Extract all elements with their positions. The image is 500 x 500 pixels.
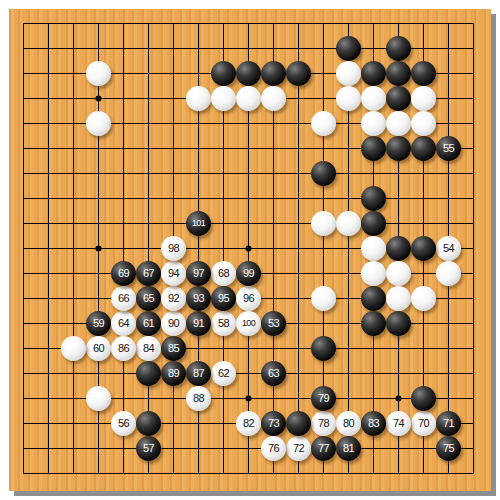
white-stone <box>311 211 336 236</box>
black-stone-79: 79 <box>311 386 336 411</box>
white-stone-76: 76 <box>261 436 286 461</box>
star-point <box>96 246 102 252</box>
move-number-label: 60 <box>93 343 104 354</box>
move-number-label: 73 <box>268 418 279 429</box>
black-stone <box>286 61 311 86</box>
black-stone <box>136 411 161 436</box>
move-number-label: 83 <box>368 418 379 429</box>
move-number-label: 88 <box>193 393 204 404</box>
move-number-label: 71 <box>443 418 454 429</box>
move-number-label: 64 <box>118 318 129 329</box>
move-number-label: 74 <box>393 418 404 429</box>
white-stone-60: 60 <box>86 336 111 361</box>
black-stone <box>411 61 436 86</box>
black-stone-81: 81 <box>336 436 361 461</box>
move-number-label: 66 <box>118 293 129 304</box>
move-number-label: 80 <box>343 418 354 429</box>
black-stone-83: 83 <box>361 411 386 436</box>
white-stone-68: 68 <box>211 261 236 286</box>
black-stone <box>311 161 336 186</box>
white-stone-70: 70 <box>411 411 436 436</box>
white-stone-92: 92 <box>161 286 186 311</box>
black-stone <box>211 61 236 86</box>
move-number-label: 91 <box>193 318 204 329</box>
white-stone-100: 100 <box>236 311 261 336</box>
white-stone <box>61 336 86 361</box>
black-stone-53: 53 <box>261 311 286 336</box>
black-stone-73: 73 <box>261 411 286 436</box>
black-stone-77: 77 <box>311 436 336 461</box>
move-number-label: 68 <box>218 268 229 279</box>
move-number-label: 56 <box>118 418 129 429</box>
white-stone <box>261 86 286 111</box>
black-stone <box>386 61 411 86</box>
move-number-label: 101 <box>192 219 205 228</box>
black-stone <box>361 136 386 161</box>
move-number-label: 93 <box>193 293 204 304</box>
move-number-label: 78 <box>318 418 329 429</box>
black-stone-99: 99 <box>236 261 261 286</box>
move-number-label: 100 <box>242 319 255 328</box>
black-stone <box>411 136 436 161</box>
white-stone <box>361 111 386 136</box>
page-background: 5354555657585960616263646566676869707172… <box>0 0 500 500</box>
move-number-label: 97 <box>193 268 204 279</box>
black-stone <box>136 361 161 386</box>
white-stone-88: 88 <box>186 386 211 411</box>
white-stone <box>311 111 336 136</box>
move-number-label: 69 <box>118 268 129 279</box>
black-stone <box>261 61 286 86</box>
move-number-label: 55 <box>443 143 454 154</box>
white-stone <box>336 86 361 111</box>
move-number-label: 70 <box>418 418 429 429</box>
move-number-label: 85 <box>168 343 179 354</box>
white-stone-58: 58 <box>211 311 236 336</box>
move-number-label: 92 <box>168 293 179 304</box>
move-number-label: 65 <box>143 293 154 304</box>
move-number-label: 54 <box>443 243 454 254</box>
black-stone-87: 87 <box>186 361 211 386</box>
black-stone <box>386 136 411 161</box>
black-stone <box>411 236 436 261</box>
move-number-label: 59 <box>93 318 104 329</box>
white-stone-56: 56 <box>111 411 136 436</box>
move-number-label: 67 <box>143 268 154 279</box>
white-stone-72: 72 <box>286 436 311 461</box>
black-stone <box>286 411 311 436</box>
move-number-label: 94 <box>168 268 179 279</box>
black-stone-95: 95 <box>211 286 236 311</box>
white-stone <box>186 86 211 111</box>
black-stone <box>336 36 361 61</box>
white-stone <box>336 61 361 86</box>
move-number-label: 57 <box>143 443 154 454</box>
black-stone <box>361 311 386 336</box>
move-number-label: 75 <box>443 443 454 454</box>
move-number-label: 77 <box>318 443 329 454</box>
white-stone <box>236 86 261 111</box>
black-stone-85: 85 <box>161 336 186 361</box>
white-stone-82: 82 <box>236 411 261 436</box>
white-stone <box>386 111 411 136</box>
star-point <box>246 396 252 402</box>
black-stone <box>386 311 411 336</box>
black-stone-67: 67 <box>136 261 161 286</box>
white-stone-84: 84 <box>136 336 161 361</box>
white-stone <box>86 111 111 136</box>
move-number-label: 61 <box>143 318 154 329</box>
black-stone-93: 93 <box>186 286 211 311</box>
move-number-label: 81 <box>343 443 354 454</box>
move-number-label: 84 <box>143 343 154 354</box>
move-number-label: 99 <box>243 268 254 279</box>
move-number-label: 76 <box>268 443 279 454</box>
white-stone-86: 86 <box>111 336 136 361</box>
white-stone <box>411 86 436 111</box>
white-stone <box>386 286 411 311</box>
move-number-label: 95 <box>218 293 229 304</box>
move-number-label: 62 <box>218 368 229 379</box>
black-stone-55: 55 <box>436 136 461 161</box>
white-stone-54: 54 <box>436 236 461 261</box>
move-number-label: 63 <box>268 368 279 379</box>
black-stone-57: 57 <box>136 436 161 461</box>
move-number-label: 89 <box>168 368 179 379</box>
black-stone-91: 91 <box>186 311 211 336</box>
black-stone <box>361 61 386 86</box>
black-stone-89: 89 <box>161 361 186 386</box>
star-point <box>396 396 402 402</box>
white-stone <box>386 261 411 286</box>
black-stone-69: 69 <box>111 261 136 286</box>
move-number-label: 79 <box>318 393 329 404</box>
go-board[interactable]: 5354555657585960616263646566676869707172… <box>9 9 491 491</box>
white-stone-96: 96 <box>236 286 261 311</box>
white-stone-98: 98 <box>161 236 186 261</box>
black-stone <box>411 386 436 411</box>
black-stone-71: 71 <box>436 411 461 436</box>
move-number-label: 87 <box>193 368 204 379</box>
white-stone <box>411 286 436 311</box>
move-number-label: 98 <box>168 243 179 254</box>
move-number-label: 82 <box>243 418 254 429</box>
white-stone-62: 62 <box>211 361 236 386</box>
black-stone-61: 61 <box>136 311 161 336</box>
white-stone <box>361 236 386 261</box>
white-stone <box>211 86 236 111</box>
white-stone <box>361 86 386 111</box>
white-stone <box>436 261 461 286</box>
star-point <box>96 96 102 102</box>
move-number-label: 96 <box>243 293 254 304</box>
star-point <box>246 246 252 252</box>
move-number-label: 86 <box>118 343 129 354</box>
white-stone <box>86 61 111 86</box>
white-stone <box>86 386 111 411</box>
white-stone-66: 66 <box>111 286 136 311</box>
white-stone-80: 80 <box>336 411 361 436</box>
white-stone-90: 90 <box>161 311 186 336</box>
white-stone-78: 78 <box>311 411 336 436</box>
move-number-label: 90 <box>168 318 179 329</box>
white-stone <box>336 211 361 236</box>
white-stone <box>311 286 336 311</box>
white-stone-74: 74 <box>386 411 411 436</box>
black-stone <box>361 186 386 211</box>
black-stone <box>236 61 261 86</box>
black-stone <box>311 336 336 361</box>
black-stone <box>386 86 411 111</box>
move-number-label: 58 <box>218 318 229 329</box>
black-stone-63: 63 <box>261 361 286 386</box>
move-number-label: 53 <box>268 318 279 329</box>
move-number-label: 72 <box>293 443 304 454</box>
black-stone <box>386 236 411 261</box>
white-stone-94: 94 <box>161 261 186 286</box>
white-stone <box>361 261 386 286</box>
black-stone-101: 101 <box>186 211 211 236</box>
black-stone-59: 59 <box>86 311 111 336</box>
black-stone <box>361 211 386 236</box>
black-stone-97: 97 <box>186 261 211 286</box>
white-stone-64: 64 <box>111 311 136 336</box>
black-stone-75: 75 <box>436 436 461 461</box>
black-stone <box>361 286 386 311</box>
white-stone <box>411 111 436 136</box>
black-stone <box>386 36 411 61</box>
black-stone-65: 65 <box>136 286 161 311</box>
